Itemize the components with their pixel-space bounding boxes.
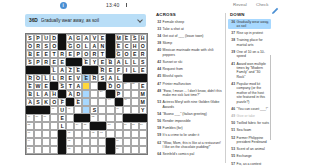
grid-cell-r3c2[interactable]: E: [34, 50, 42, 58]
pencil-icon[interactable]: [271, 1, 279, 9]
across-clue-40[interactable]: 40Mexican marinade made with chili peppe…: [154, 48, 223, 58]
grid-cell-r14c2[interactable]: [34, 138, 42, 146]
cell-number: 47: [68, 107, 71, 110]
grid-cell-r12c15[interactable]: 59: [139, 122, 147, 130]
grid-cell-r9c1[interactable]: 41A: [26, 98, 34, 106]
grid-cell-r13c8[interactable]: [82, 130, 90, 138]
grid-cell-r4c7: [74, 58, 82, 66]
across-clue-58[interactable]: 58Fumbles (for): [154, 126, 223, 132]
grid-cell-r4c9[interactable]: Y: [90, 58, 98, 66]
grid-cell-r10c9[interactable]: S: [90, 106, 98, 114]
grid-cell-r12c11[interactable]: 56: [106, 122, 114, 130]
grid-cell-r4c4[interactable]: E: [50, 58, 58, 66]
grid-cell-r12c14[interactable]: 58: [131, 122, 139, 130]
grid-cell-r7c5[interactable]: 32S: [58, 82, 66, 90]
grid-cell-r15c8[interactable]: [82, 146, 90, 154]
grid-cell-r5c13[interactable]: I: [123, 66, 131, 74]
cell-number: 62: [92, 131, 95, 134]
cell-number: 40: [116, 90, 119, 93]
clue-text: Training place for martial arts: [237, 38, 270, 47]
grid-cell-r7c13[interactable]: 34: [123, 82, 131, 90]
cell-number: 39: [100, 90, 103, 93]
cell-number: 49: [27, 115, 30, 118]
grid-cell-r7c7[interactable]: A: [74, 82, 82, 90]
clue-number: 45: [154, 74, 161, 78]
grid-cell-r13c6[interactable]: 61: [66, 130, 74, 138]
grid-cell-r1c3[interactable]: 3U: [42, 34, 50, 42]
grid-cell-r15c5: [58, 146, 66, 154]
cell-number: 1: [27, 34, 28, 37]
grid-cell-r6c5[interactable]: R: [58, 74, 66, 82]
grid-cell-r10c10[interactable]: [98, 106, 106, 114]
cell-number: 14: [27, 42, 30, 45]
grid-cell-r9c5[interactable]: 42F: [58, 98, 66, 106]
clue-text: Render impossible: [163, 119, 222, 123]
grid-cell-r1c4[interactable]: 4D: [50, 34, 58, 42]
across-clue-54[interactable]: 54"Buono ___" (Italian greeting): [154, 111, 223, 117]
grid-cell-r8c11: [106, 90, 114, 98]
grid-cell-r13c13[interactable]: [123, 130, 131, 138]
grid-cell-r13c10[interactable]: 63: [98, 130, 106, 138]
grid-cell-r9c15[interactable]: M: [139, 98, 147, 106]
grid-cell-r2c10[interactable]: N: [98, 42, 106, 50]
check-button[interactable]: Check: [256, 2, 268, 7]
grid-cell-r12c10: [98, 122, 106, 130]
grid-cell-r11c2[interactable]: 50: [34, 114, 42, 122]
grid-cell-r14c9[interactable]: [90, 138, 98, 146]
clue-banner[interactable]: 36D Gradually wear away, as soil: [25, 14, 146, 27]
across-clue-62[interactable]: 62"Wow, Mom, this is like at a restauran…: [154, 140, 223, 150]
grid-cell-r6c3[interactable]: 28L: [42, 74, 50, 82]
down-clue-43[interactable]: 43Popular mod kit company (or the mother…: [228, 81, 271, 104]
grid-cell-r8c14[interactable]: [131, 90, 139, 98]
grid-cell-r1c8[interactable]: 7A: [82, 34, 90, 42]
grid-cell-r14c15[interactable]: [139, 138, 147, 146]
grid-cell-r14c12[interactable]: 66: [115, 138, 123, 146]
cell-number: 26: [27, 74, 30, 77]
grid-cell-r13c14[interactable]: [131, 130, 139, 138]
cell-number: 12: [132, 34, 135, 37]
grid-cell-r15c13[interactable]: [123, 146, 131, 154]
grid-cell-r12c13[interactable]: 57: [123, 122, 131, 130]
cell-number: 50: [35, 115, 38, 118]
grid-cell-r2c7[interactable]: O: [74, 42, 82, 50]
grid-cell-r5c7[interactable]: 24E: [74, 66, 82, 74]
grid-cell-r13c1[interactable]: 60: [26, 130, 34, 138]
grid-cell-r2c6[interactable]: 15G: [66, 42, 74, 50]
across-clue-33[interactable]: 33Take a shot at: [154, 26, 223, 32]
grid-cell-r1c9[interactable]: 8V: [90, 34, 98, 42]
grid-cell-r9c10[interactable]: [98, 98, 106, 106]
down-clue-38[interactable]: 38Training place for martial arts: [228, 38, 271, 48]
grid-cell-r13c15[interactable]: [139, 130, 147, 138]
grid-cell-r15c15[interactable]: [139, 146, 147, 154]
across-clue-47[interactable]: 47Printer malfunction: [154, 81, 223, 87]
grid-cell-r15c10[interactable]: [98, 146, 106, 154]
grid-cell-r14c1[interactable]: 64: [26, 138, 34, 146]
cell-number: 63: [100, 131, 103, 134]
grid-cell-r15c1[interactable]: 67: [26, 146, 34, 154]
grid-cell-r6c9[interactable]: 30R: [90, 74, 98, 82]
grid-cell-r10c8[interactable]: [82, 106, 90, 114]
grid-cell-r9c7[interactable]: 43E: [74, 98, 82, 106]
clue-number: 57: [228, 162, 235, 166]
grid-cell-r15c14[interactable]: [131, 146, 139, 154]
grid-cell-r4c2[interactable]: P: [34, 58, 42, 66]
grid-cell-r5c2: [34, 66, 42, 74]
grid-cell-r8c6[interactable]: 38A: [66, 90, 74, 98]
grid-cell-r2c13[interactable]: C: [123, 42, 131, 50]
grid-cell-r2c1[interactable]: 14O: [26, 42, 34, 50]
grid-cell-r13c4[interactable]: [50, 130, 58, 138]
grid-cell-r14c14[interactable]: [131, 138, 139, 146]
grid-cell-r11c5[interactable]: E: [58, 114, 66, 122]
grid-cell-r13c11[interactable]: [106, 130, 114, 138]
grid-cell-r7c8[interactable]: [82, 82, 90, 90]
grid-cell-r10c1: [26, 106, 34, 114]
grid-cell-r7c6[interactable]: T: [66, 82, 74, 90]
grid-cell-r12c6[interactable]: [66, 122, 74, 130]
grid-cell-r1c7[interactable]: 6G: [74, 34, 82, 42]
across-clue-53[interactable]: 53Actress Meryl with nine Golden Globe A…: [154, 100, 223, 110]
grid-cell-r6c6[interactable]: E: [66, 74, 74, 82]
across-clue-32[interactable]: 32Female sheep: [154, 19, 223, 25]
grid-cell-r9c2[interactable]: S: [34, 98, 42, 106]
grid-cell-r14c7[interactable]: [74, 138, 82, 146]
grid-cell-r12c3[interactable]: [42, 122, 50, 130]
grid-cell-r15c3[interactable]: [42, 146, 50, 154]
grid-cell-r4c3[interactable]: R: [42, 58, 50, 66]
grid-cell-r8c10[interactable]: 39: [98, 90, 106, 98]
grid-cell-r6c11[interactable]: A: [106, 74, 114, 82]
grid-cell-r13c2[interactable]: [34, 130, 42, 138]
down-clue-49[interactable]: 49Give or take: [228, 113, 271, 119]
down-clue-36[interactable]: 36Gradually wear away, as soil: [228, 19, 271, 29]
grid-cell-r4c1[interactable]: 19S: [26, 58, 34, 66]
grid-cell-r11c10[interactable]: [98, 114, 106, 122]
grid-cell-r14c13[interactable]: [123, 138, 131, 146]
grid-cell-r10c7[interactable]: [74, 106, 82, 114]
grid-cell-r11c9[interactable]: 52: [90, 114, 98, 122]
grid-cell-r3c5[interactable]: R: [58, 50, 66, 58]
grid-cell-r15c2[interactable]: [34, 146, 42, 154]
clue-number: 48: [154, 89, 161, 98]
cell-number: 11: [124, 34, 126, 37]
cell-number: 67: [27, 147, 30, 150]
down-scrollbar[interactable]: [270, 55, 271, 140]
grid-cell-r14c6[interactable]: 65: [66, 138, 74, 146]
cell-number: 29: [84, 74, 87, 77]
pause-icon[interactable]: [126, 3, 130, 8]
grid-cell-r8c2[interactable]: L: [34, 90, 42, 98]
grid-cell-r13c5: [58, 130, 66, 138]
grid-cell-r4c10[interactable]: E: [98, 58, 106, 66]
grid-cell-r1c10[interactable]: 9E: [98, 34, 106, 42]
grid-cell-r3c9[interactable]: R: [90, 50, 98, 58]
grid-cell-r13c7[interactable]: [74, 130, 82, 138]
grid-cell-r2c12[interactable]: 16E: [115, 42, 123, 50]
down-clue-52[interactable]: 52Former Philippine president Ferdinand: [228, 135, 271, 145]
down-clue-39[interactable]: 39One of 10 on a 10-speed: [228, 49, 271, 59]
grid-cell-r8c12[interactable]: 40P: [115, 90, 123, 98]
clue-number: 36: [228, 20, 235, 29]
grid-cell-r15c4[interactable]: [50, 146, 58, 154]
grid-cell-r6c7[interactable]: V: [74, 74, 82, 82]
grid-cell-r11c1[interactable]: 49: [26, 114, 34, 122]
grid-cell-r7c2[interactable]: W: [34, 82, 42, 90]
grid-cell-r3c10[interactable]: T: [98, 50, 106, 58]
clue-number: 49: [228, 114, 235, 118]
grid-cell-r5c10[interactable]: 25R: [98, 66, 106, 74]
grid-cell-r8c7[interactable]: D: [74, 90, 82, 98]
grid-cell-r1c6[interactable]: 5A: [66, 34, 74, 42]
grid-cell-r1c15[interactable]: 13H: [139, 34, 147, 42]
grid-cell-r14c3[interactable]: [42, 138, 50, 146]
grid-cell-r6c2[interactable]: 27O: [34, 74, 42, 82]
cell-number: 18: [116, 50, 119, 53]
grid-cell-r3c12[interactable]: 18G: [115, 50, 123, 58]
across-clue-44[interactable]: 44Request from: [154, 67, 223, 73]
grid-cell-r4c15[interactable]: S: [139, 58, 147, 66]
grid-cell-r11c4[interactable]: [50, 114, 58, 122]
grid-cell-r15c9[interactable]: [90, 146, 98, 154]
grid-cell-r13c3[interactable]: [42, 130, 50, 138]
grid-cell-r9c9[interactable]: [90, 98, 98, 106]
grid-cell-r2c9[interactable]: A: [90, 42, 98, 50]
grid-cell-r6c12[interactable]: L: [115, 74, 123, 82]
clue-number: 50: [228, 121, 235, 125]
grid-cell-r3c13[interactable]: O: [123, 50, 131, 58]
grid-cell-r10c4[interactable]: 46: [50, 106, 58, 114]
across-clue-42[interactable]: 42Sunset or ski: [154, 59, 223, 65]
grid-cell-r15c11: [106, 146, 114, 154]
cell-number: 17: [27, 50, 30, 53]
grid-cell-r8c8[interactable]: [82, 90, 90, 98]
grid-cell-r5c14[interactable]: L: [131, 66, 139, 74]
down-clue-50[interactable]: 50Twilled fabric for suits: [228, 121, 271, 127]
across-clue-45[interactable]: 45Blissful spots: [154, 74, 223, 80]
cell-number: 34: [124, 82, 127, 85]
grid-cell-r2c4[interactable]: O: [50, 42, 58, 50]
clue-text: Popular mod kit company (or the mother o…: [237, 82, 270, 104]
grid-cell-r5c15[interactable]: E: [139, 66, 147, 74]
grid-cell-r5c11[interactable]: E: [106, 66, 114, 74]
chevron-down-icon[interactable]: [137, 17, 143, 23]
grid-cell-r11c11[interactable]: [106, 114, 114, 122]
grid-cell-r5c12[interactable]: F: [115, 66, 123, 74]
down-clue-55[interactable]: 55Exchange: [228, 154, 271, 160]
down-clue-51[interactable]: 51Sea foam: [228, 128, 271, 134]
grid-cell-r3c4[interactable]: T: [50, 50, 58, 58]
grid-cell-r5c5[interactable]: A: [58, 66, 66, 74]
grid-cell-r3c6[interactable]: E: [66, 50, 74, 58]
grid-cell-r7c9[interactable]: [90, 82, 98, 90]
clue-number: 53: [154, 100, 161, 109]
clue-text: Get out of ___ (leave town): [163, 34, 222, 38]
grid-cell-r7c14[interactable]: 35: [131, 82, 139, 90]
cell-number: 25: [100, 66, 103, 69]
reveal-button[interactable]: Reveal: [233, 2, 247, 7]
grid-cell-r7c15[interactable]: E: [139, 82, 147, 90]
clue-text: Exchange: [237, 154, 270, 158]
grid-cell-r10c12[interactable]: 48: [115, 106, 123, 114]
grid-cell-r8c15[interactable]: M: [139, 90, 147, 98]
grid-cell-r13c12[interactable]: [115, 130, 123, 138]
across-clue-34[interactable]: 34Get out of ___ (leave town): [154, 33, 223, 39]
grid-cell-r9c13[interactable]: 45: [123, 98, 131, 106]
cell-number: 5: [68, 34, 69, 37]
grid-cell-r1c1[interactable]: 1S: [26, 34, 34, 42]
grid-cell-r4c12[interactable]: A: [115, 58, 123, 66]
clue-number: 59: [154, 133, 161, 137]
grid-cell-r2c3[interactable]: S: [42, 42, 50, 50]
grid-cell-r13c9[interactable]: 62: [90, 130, 98, 138]
grid-cell-r7c1[interactable]: 31E: [26, 82, 34, 90]
grid-cell-r8c13[interactable]: [123, 90, 131, 98]
grid-cell-r5c1: [26, 66, 34, 74]
across-clue-59[interactable]: 59It's a crime to lie under it: [154, 133, 223, 139]
down-clue-41[interactable]: 41Award won multiple times by "Modern Fa…: [228, 61, 271, 80]
grid-cell-r11c8: [82, 114, 90, 122]
grid-cell-r3c7[interactable]: P: [74, 50, 82, 58]
grid-cell-r12c1[interactable]: 53: [26, 122, 34, 130]
down-clue-46[interactable]: 46"You can count ___!": [228, 106, 271, 112]
grid-cell-r6c1[interactable]: 26R: [26, 74, 34, 82]
clue-text: Fix, as a contest: [237, 162, 270, 166]
grid-cell-r15c7[interactable]: [74, 146, 82, 154]
cell-number: 3: [43, 34, 44, 37]
grid-cell-r1c13[interactable]: 11E: [123, 34, 131, 42]
grid-cell-r10c6[interactable]: 47: [66, 106, 74, 114]
grid-cell-r12c8[interactable]: 55: [82, 122, 90, 130]
grid-cell-r9c3[interactable]: K: [42, 98, 50, 106]
grid-cell-r14c8[interactable]: [82, 138, 90, 146]
grid-cell-r9c4[interactable]: O: [50, 98, 58, 106]
grid-cell-r4c6: [66, 58, 74, 66]
grid-cell-r1c2[interactable]: 2P: [34, 34, 42, 42]
cell-number: 54: [76, 123, 79, 126]
grid-cell-r4c11[interactable]: 21B: [106, 58, 114, 66]
grid-cell-r5c3: [42, 66, 50, 74]
hint-icon[interactable]: i: [60, 2, 68, 10]
clue-banner-number: 36D: [29, 18, 38, 23]
grid-cell-r8c9[interactable]: [90, 90, 98, 98]
grid-cell-r10c5[interactable]: U: [58, 106, 66, 114]
across-clue-64[interactable]: 64Seinfeld's comics pal: [154, 152, 223, 158]
grid-cell-r5c4[interactable]: 22L: [50, 66, 58, 74]
grid-cell-r14c4[interactable]: [50, 138, 58, 146]
grid-cell-r3c15[interactable]: R: [139, 50, 147, 58]
cell-number: 22: [52, 66, 55, 69]
grid-cell-r4c13[interactable]: L: [123, 58, 131, 66]
grid-cell-r9c11[interactable]: 44: [106, 98, 114, 106]
grid-cell-r3c8[interactable]: O: [82, 50, 90, 58]
grid-cell-r4c14[interactable]: L: [131, 58, 139, 66]
grid-cell-r15c6[interactable]: 68: [66, 146, 74, 154]
grid-cell-r3c3[interactable]: E: [42, 50, 50, 58]
grid-cell-r1c12[interactable]: 10M: [115, 34, 123, 42]
cell-number: 56: [108, 123, 111, 126]
grid-cell-r2c15[interactable]: O: [139, 42, 147, 50]
cell-number: 38: [68, 90, 71, 93]
grid-cell-r11c3[interactable]: 51: [42, 114, 50, 122]
clue-text: Gradually wear away, as soil: [237, 20, 270, 29]
grid-cell-r10c13[interactable]: [123, 106, 131, 114]
grid-cell-r12c4[interactable]: [50, 122, 58, 130]
grid-cell-r10c14[interactable]: [131, 106, 139, 114]
cell-number: 64: [27, 139, 30, 142]
across-clue-38[interactable]: 38Skimp: [154, 41, 223, 47]
grid-cell-r12c2[interactable]: [34, 122, 42, 130]
grid-cell-r2c8[interactable]: L: [82, 42, 90, 50]
clue-number: 39: [228, 50, 235, 59]
grid-cell-r4c8[interactable]: 20E: [82, 58, 90, 66]
cell-number: 66: [116, 139, 119, 142]
grid-cell-r7c12[interactable]: O: [115, 82, 123, 90]
grid-cell-r7c3[interactable]: E: [42, 82, 50, 90]
grid-cell-r6c10[interactable]: S: [98, 74, 106, 82]
grid-cell-r8c3[interactable]: A: [42, 90, 50, 98]
grid-cell-r10c11[interactable]: [106, 106, 114, 114]
grid-cell-r7c11[interactable]: 33D: [106, 82, 114, 90]
cell-number: 16: [116, 42, 119, 45]
clue-text: Actress Meryl with nine Golden Globe Awa…: [163, 100, 222, 109]
clue-number: 52: [228, 136, 235, 145]
across-scrollbar[interactable]: [225, 13, 226, 163]
grid-cell-r11c6[interactable]: [66, 114, 74, 122]
grid-cell-r1c14[interactable]: 12S: [131, 34, 139, 42]
clue-text: Rise up in protest: [237, 31, 270, 35]
across-clue-56[interactable]: 56Render impossible: [154, 118, 223, 124]
grid-cell-r9c14[interactable]: [131, 98, 139, 106]
grid-cell-r15c12[interactable]: 69: [115, 146, 123, 154]
grid-cell-r12c7[interactable]: 54: [74, 122, 82, 130]
cell-number: 52: [92, 115, 95, 118]
grid-cell-r3c1[interactable]: 17B: [26, 50, 34, 58]
down-clue-37[interactable]: 37Rise up in protest: [228, 31, 271, 37]
down-clue-list: 36Gradually wear away, as soil37Rise up …: [228, 19, 271, 168]
clue-number: 54: [154, 112, 161, 116]
grid-cell-r3c14[interactable]: E: [131, 50, 139, 58]
grid-cell-r2c14[interactable]: H: [131, 42, 139, 50]
clue-text: Scent of an animal: [237, 147, 270, 151]
grid-cell-r12c12[interactable]: [115, 122, 123, 130]
across-clue-48[interactable]: 48"Eww, I mean ... I don't know, didn't …: [154, 88, 223, 98]
grid-cell-r6c4[interactable]: L: [50, 74, 58, 82]
clue-text: It's a crime to lie under it: [163, 133, 222, 137]
grid-cell-r14c10[interactable]: [98, 138, 106, 146]
clue-number: 38: [228, 38, 235, 47]
cell-number: 6: [76, 34, 77, 37]
crossword-grid[interactable]: 1S2P3U4D5A6G7A8V9E10M11E12S13H14ORSO15GO…: [25, 33, 148, 156]
grid-cell-r11c14: [131, 114, 139, 122]
grid-cell-r12c5[interactable]: L: [58, 122, 66, 130]
grid-cell-r4c5[interactable]: E: [58, 58, 66, 66]
grid-cell-r6c8[interactable]: 29E: [82, 74, 90, 82]
grid-cell-r8c4[interactable]: 37H: [50, 90, 58, 98]
grid-cell-r10c15[interactable]: Y: [139, 106, 147, 114]
grid-cell-r2c2[interactable]: R: [34, 42, 42, 50]
grid-cell-r9c8[interactable]: [82, 98, 90, 106]
clue-number: 41: [228, 62, 235, 80]
grid-cell-r11c12[interactable]: [115, 114, 123, 122]
grid-cell-r8c1[interactable]: 36B: [26, 90, 34, 98]
down-clue-53[interactable]: 53Scent of an animal: [228, 147, 271, 153]
grid-cell-r5c9: [90, 66, 98, 74]
down-clue-57[interactable]: 57Fix, as a contest: [228, 161, 271, 167]
cell-number: 20: [84, 58, 87, 61]
grid-cell-r5c6[interactable]: 23Z: [66, 66, 74, 74]
